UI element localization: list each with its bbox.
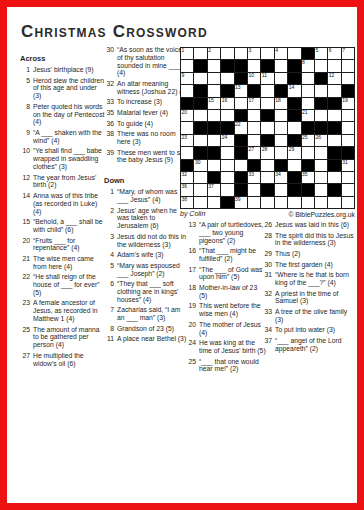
cell-number: 9	[182, 73, 185, 79]
clue-down-26: 26Jesus was laid in this (6)	[262, 221, 355, 229]
grid-cell[interactable]: 4	[275, 48, 287, 59]
clue-text: “___ angel of the Lord appeareth” (2)	[275, 337, 355, 353]
clue-down-4: 4Adam's wife (3)	[104, 251, 188, 259]
grid-cell[interactable]	[342, 73, 354, 84]
black-cell	[275, 85, 287, 96]
grid-cell[interactable]	[275, 184, 287, 195]
cell-number: 30	[195, 160, 201, 166]
grid-cell[interactable]: 20	[181, 110, 193, 121]
clue-number: 31	[262, 271, 272, 287]
clue-number: 33	[104, 98, 114, 106]
grid-cell[interactable]	[342, 197, 354, 208]
black-cell	[302, 122, 314, 133]
grid-cell[interactable]	[248, 60, 260, 71]
cell-number: 35	[302, 172, 308, 178]
cell-number: 14	[289, 85, 295, 91]
cell-number: 34	[275, 172, 281, 178]
clue-down-18: 18Mother-in-law of 23 (5)	[186, 284, 266, 300]
grid-cell[interactable]	[302, 147, 314, 158]
grid-cell[interactable]	[194, 184, 206, 195]
grid-cell[interactable]	[221, 73, 233, 84]
grid-cell[interactable]	[208, 160, 220, 171]
clue-across-36: 36To guide (4)	[104, 120, 188, 128]
puzzle-page: Christmas Crossword Across 1Jesus' birth…	[0, 0, 364, 510]
black-cell	[235, 60, 247, 71]
down-clue-list-1: 1“Mary, of whom was ___ Jesus” (4)2Jesus…	[104, 188, 188, 343]
black-cell	[302, 48, 314, 59]
black-cell	[208, 147, 220, 158]
grid-cell[interactable]	[302, 73, 314, 84]
black-cell	[288, 73, 300, 84]
grid-cell[interactable]: 6	[328, 48, 340, 59]
crossword-grid: 1234567891011121314151617181920212223242…	[180, 47, 355, 209]
clue-number: 20	[20, 237, 30, 253]
grid-cell[interactable]	[315, 197, 327, 208]
grid-cell[interactable]	[194, 73, 206, 84]
grid-cell[interactable]: 29	[288, 147, 300, 158]
grid-cell[interactable]	[275, 135, 287, 146]
clue-down-29: 29Thus (2)	[262, 250, 355, 258]
grid-cell[interactable]	[208, 60, 220, 71]
clue-across-27: 27He multiplied the widow's oil (6)	[20, 352, 106, 368]
black-cell	[315, 73, 327, 84]
cell-number: 20	[182, 110, 188, 116]
grid-cell[interactable]: 33	[248, 172, 260, 183]
grid-cell[interactable]	[315, 172, 327, 183]
clue-text: “He shall reign of the house of ___ for …	[33, 273, 106, 296]
grid-cell[interactable]	[181, 147, 193, 158]
clue-across-23: 23A female ancestor of Jesus, as recorde…	[20, 299, 106, 322]
cell-number: 37	[208, 184, 214, 190]
black-cell	[221, 85, 233, 96]
grid-cell[interactable]: 1	[181, 48, 193, 59]
clue-across-39: 39These men went to see the baby Jesus (…	[104, 149, 188, 165]
black-cell	[302, 184, 314, 195]
clue-across-21: 21The wise men came from here (4)	[20, 255, 106, 271]
grid-cell[interactable]	[315, 60, 327, 71]
clue-number: 15	[20, 218, 30, 234]
cell-number: 39	[235, 197, 241, 203]
grid-cell[interactable]: 7	[342, 48, 354, 59]
clue-number: 25	[186, 358, 196, 374]
clue-number: 17	[186, 266, 196, 282]
black-cell	[261, 110, 273, 121]
clue-down-24: 24He was king at the time of Jesus' birt…	[186, 339, 266, 355]
clue-text: Jesus was laid in this (6)	[275, 221, 355, 229]
grid-cell[interactable]	[235, 48, 247, 59]
clue-number: 37	[262, 337, 272, 353]
grid-cell[interactable]: 9	[181, 73, 193, 84]
clue-down-17: 17“The ___ of God was upon him” (5)	[186, 266, 266, 282]
grid-cell[interactable]: 12	[328, 73, 340, 84]
clue-across-35: 35Malarial fever (4)	[104, 109, 188, 117]
clue-text: Thus (2)	[275, 250, 355, 258]
grid-cell[interactable]	[181, 122, 193, 133]
grid-cell[interactable]: 8	[302, 60, 314, 71]
black-cell	[288, 110, 300, 121]
clue-text: “Where is he that is born king of the __…	[275, 271, 355, 287]
black-cell	[221, 122, 233, 133]
grid-cell[interactable]	[221, 172, 233, 183]
clue-across-10: 10“Ye shall find ___ babe wrapped in swa…	[20, 147, 106, 170]
grid-cell[interactable]	[288, 122, 300, 133]
black-cell	[342, 85, 354, 96]
clue-down-32: 32A priest in the time of Samuel (3)	[262, 290, 355, 306]
grid-cell[interactable]	[342, 60, 354, 71]
grid-cell[interactable]	[248, 197, 260, 208]
down-clues-column-2: 13“A pair of turtledoves, ___ two young …	[186, 221, 266, 376]
clue-text: To put into water (3)	[275, 326, 355, 334]
black-cell	[248, 160, 260, 171]
clue-text: The spirit did this to Jesus in the wild…	[275, 232, 355, 248]
grid-cell[interactable]	[328, 85, 340, 96]
black-cell	[194, 98, 206, 109]
cell-number: 26	[315, 135, 321, 141]
cell-number: 29	[289, 147, 295, 153]
clue-number: 34	[262, 326, 272, 334]
black-cell	[235, 147, 247, 158]
clue-text: The year from Jesus' birth (2)	[33, 174, 106, 190]
clue-number: 26	[262, 221, 272, 229]
grid-cell[interactable]	[208, 135, 220, 146]
cell-number: 28	[262, 147, 268, 153]
clue-text: Jesus did not do this in the wilderness …	[117, 233, 188, 249]
clue-across-25: 25The amount of manna to be gathered per…	[20, 326, 106, 349]
clue-across-38: 38There was no room here (3)	[104, 130, 188, 146]
black-cell	[208, 172, 220, 183]
clue-down-33: 33A tree of the olive family (3)	[262, 308, 355, 324]
clue-text: Jesus' age when he was taken to Jerusale…	[117, 207, 188, 230]
grid-cell[interactable]	[208, 85, 220, 96]
clue-down-6: 6“They that ___ soft clothing are in kin…	[104, 280, 188, 303]
black-cell	[194, 85, 206, 96]
grid-cell[interactable]	[221, 184, 233, 195]
grid-cell[interactable]	[221, 48, 233, 59]
cell-number: 15	[208, 98, 214, 104]
black-cell	[194, 60, 206, 71]
clue-text: A tree of the olive family (3)	[275, 308, 355, 324]
clue-text: Herod slew the children of this age and …	[33, 77, 106, 100]
clue-text: To increase (3)	[117, 98, 188, 106]
black-cell	[315, 122, 327, 133]
clue-number: 5	[20, 77, 30, 100]
grid-cell[interactable]	[261, 48, 273, 59]
black-cell	[221, 197, 233, 208]
black-cell	[328, 147, 340, 158]
black-cell	[261, 135, 273, 146]
clue-text: Peter quoted his words on the day of Pen…	[33, 103, 106, 126]
black-cell	[194, 122, 206, 133]
clue-number: 24	[186, 339, 196, 355]
clue-number: 5	[104, 262, 114, 278]
grid-cell[interactable]	[328, 110, 340, 121]
grid-cell[interactable]	[302, 85, 314, 96]
grid-cell[interactable]	[208, 110, 220, 121]
grid-cell[interactable]	[315, 184, 327, 195]
grid-cell[interactable]	[261, 197, 273, 208]
grid-cell[interactable]	[194, 48, 206, 59]
grid-cell[interactable]: 34	[275, 172, 287, 183]
cell-number: 23	[182, 135, 188, 141]
down-clues-column-3: 26Jesus was laid in this (6)28The spirit…	[262, 221, 355, 355]
clue-text: A place near Bethel (3)	[117, 335, 188, 343]
grid-cell[interactable]	[235, 160, 247, 171]
clue-down-31: 31“Where is he that is born king of the …	[262, 271, 355, 287]
clue-text: “That ___ might be fulfilled” (2)	[199, 247, 266, 263]
black-cell	[181, 160, 193, 171]
grid-cell[interactable]	[221, 110, 233, 121]
grid-cell[interactable]: 5	[315, 48, 327, 59]
grid-cell[interactable]	[315, 160, 327, 171]
grid-cell[interactable]	[275, 147, 287, 158]
clue-across-20: 20“Fruits ___ for repentance” (4)	[20, 237, 106, 253]
grid-cell[interactable]: 22	[235, 122, 247, 133]
grid-cell[interactable]: 14	[288, 85, 300, 96]
clue-text: “As soon as the voice of thy salutation …	[117, 46, 188, 77]
clue-text: The wise men came from here (4)	[33, 255, 106, 271]
clue-number: 35	[104, 109, 114, 117]
grid-cell[interactable]	[275, 73, 287, 84]
grid-cell[interactable]: 19	[342, 98, 354, 109]
cell-number: 11	[262, 73, 267, 79]
clue-text: “___ that one would hear me!” (2)	[199, 358, 266, 374]
grid-cell[interactable]: 18	[275, 98, 287, 109]
cell-number: 3	[248, 48, 251, 54]
grid-cell[interactable]: 26	[315, 135, 327, 146]
clue-number: 18	[186, 284, 196, 300]
grid-cell[interactable]: 13	[235, 85, 247, 96]
grid-cell[interactable]	[261, 122, 273, 133]
clue-across-1: 1Jesus' birthplace (9)	[20, 66, 106, 74]
cell-number: 4	[275, 48, 278, 54]
grid-cell[interactable]	[328, 172, 340, 183]
black-cell	[221, 60, 233, 71]
grid-cell[interactable]: 28	[261, 147, 273, 158]
clue-down-34: 34To put into water (3)	[262, 326, 355, 334]
grid-cell[interactable]	[235, 98, 247, 109]
grid-cell[interactable]	[288, 48, 300, 59]
grid-cell[interactable]	[315, 110, 327, 121]
grid-cell[interactable]: 32	[181, 172, 193, 183]
clue-down-5: 5“Mary was espoused ___ Joseph” (2)	[104, 262, 188, 278]
cell-number: 2	[208, 48, 211, 54]
cell-number: 33	[248, 172, 254, 178]
clue-text: Malarial fever (4)	[117, 109, 188, 117]
grid-cell[interactable]: 37	[208, 184, 220, 195]
black-cell	[328, 184, 340, 195]
grid-cell[interactable]	[181, 85, 193, 96]
clue-number: 2	[104, 207, 114, 230]
grid-cell[interactable]	[194, 135, 206, 146]
copyright: © BiblePuzzles.org.uk	[288, 211, 355, 218]
black-cell	[261, 184, 273, 195]
black-cell	[261, 60, 273, 71]
clue-down-7: 7Zacharias said, “I am an ___ man” (3)	[104, 306, 188, 322]
clue-down-11: 11A place near Bethel (3)	[104, 335, 188, 343]
grid-cell[interactable]: 2	[208, 48, 220, 59]
cell-number: 16	[222, 98, 228, 104]
black-cell	[235, 184, 247, 195]
clue-text: He was king at the time of Jesus' birth …	[199, 339, 266, 355]
clue-number: 13	[186, 221, 196, 244]
clue-number: 32	[262, 290, 272, 306]
clue-number: 21	[20, 255, 30, 271]
grid-cell[interactable]	[302, 98, 314, 109]
clue-number: 30	[262, 261, 272, 269]
grid-cell[interactable]: 16	[221, 98, 233, 109]
grid-cell[interactable]	[288, 197, 300, 208]
grid-cell[interactable]	[288, 160, 300, 171]
grid-cell[interactable]	[194, 172, 206, 183]
clue-across-33: 33To increase (3)	[104, 98, 188, 106]
grid-cell[interactable]	[275, 60, 287, 71]
clue-number: 29	[262, 250, 272, 258]
clue-down-25: 25“___ that one would hear me!” (2)	[186, 358, 266, 374]
cell-number: 31	[342, 160, 348, 166]
clue-number: 16	[186, 247, 196, 263]
clue-down-30: 30The first garden (4)	[262, 261, 355, 269]
grid-cell[interactable]	[315, 147, 327, 158]
grid-cell[interactable]: 23	[181, 135, 193, 146]
grid-cell[interactable]	[208, 73, 220, 84]
black-cell	[181, 98, 193, 109]
grid-cell[interactable]	[194, 110, 206, 121]
black-cell	[288, 60, 300, 71]
grid-cell[interactable]	[342, 184, 354, 195]
clue-number: 36	[104, 120, 114, 128]
clue-down-37: 37“___ angel of the Lord appeareth” (2)	[262, 337, 355, 353]
grid-cell[interactable]: 21	[302, 110, 314, 121]
cell-number: 36	[182, 184, 188, 190]
grid-cell[interactable]	[315, 85, 327, 96]
black-cell	[342, 147, 354, 158]
grid-cell[interactable]	[221, 147, 233, 158]
cell-number: 38	[182, 197, 188, 203]
clue-text: He multiplied the widow's oil (6)	[33, 352, 106, 368]
clue-down-13: 13“A pair of turtledoves, ___ two young …	[186, 221, 266, 244]
grid-cell[interactable]	[261, 160, 273, 171]
grid-cell[interactable]: 35	[302, 172, 314, 183]
across-clue-list-2: 30“As soon as the voice of thy salutatio…	[104, 46, 188, 164]
clue-across-22: 22“He shall reign of the house of ___ fo…	[20, 273, 106, 296]
clue-number: 23	[20, 299, 30, 322]
black-cell	[235, 135, 247, 146]
cell-number: 22	[235, 122, 241, 128]
grid-cell[interactable]	[342, 172, 354, 183]
cell-number: 24	[222, 135, 228, 141]
grid-cell[interactable]: 24	[221, 135, 233, 146]
clue-number: 25	[20, 326, 30, 349]
clue-text: “Mary, of whom was ___ Jesus” (4)	[117, 188, 188, 204]
grid-cell[interactable]	[261, 85, 273, 96]
grid-cell[interactable]: 25	[302, 135, 314, 146]
grid-cell[interactable]: 36	[181, 184, 193, 195]
grid-cell[interactable]	[261, 172, 273, 183]
grid-cell[interactable]: 10	[248, 73, 260, 84]
across-clues-column: Across 1Jesus' birthplace (9)5Herod slew…	[20, 54, 106, 370]
clue-number: 19	[186, 302, 196, 318]
clue-text: Grandson of 23 (5)	[117, 325, 188, 333]
clue-text: “The ___ of God was upon him” (5)	[199, 266, 266, 282]
clue-number: 7	[104, 306, 114, 322]
clue-text: A priest in the time of Samuel (3)	[275, 290, 355, 306]
grid-cell[interactable]	[248, 110, 260, 121]
clue-text: Adam's wife (3)	[117, 251, 188, 259]
grid-cell[interactable]	[248, 122, 260, 133]
grid-cell[interactable]	[342, 135, 354, 146]
clue-number: 11	[104, 335, 114, 343]
grid-cell[interactable]	[181, 60, 193, 71]
grid-cell[interactable]	[261, 98, 273, 109]
grid-cell[interactable]	[328, 197, 340, 208]
grid-cell[interactable]: 17	[248, 98, 260, 109]
grid-cell[interactable]	[194, 197, 206, 208]
grid-cell[interactable]: 31	[342, 160, 354, 171]
grid-cell[interactable]	[342, 110, 354, 121]
grid-cell[interactable]: 3	[248, 48, 260, 59]
grid-cell[interactable]: 38	[181, 197, 193, 208]
black-cell	[235, 172, 247, 183]
grid-cell[interactable]	[275, 122, 287, 133]
clue-down-20: 20The mother of Jesus (4)	[186, 321, 266, 337]
clue-text: Anna was of this tribe (as recorded in L…	[33, 192, 106, 215]
clue-text: “Ye shall find ___ babe wrapped in swadd…	[33, 147, 106, 170]
black-cell	[328, 160, 340, 171]
grid-cell[interactable]	[208, 197, 220, 208]
clue-number: 9	[20, 129, 30, 145]
grid-cell[interactable]: 11	[261, 73, 273, 84]
grid-cell[interactable]	[248, 184, 260, 195]
cell-number: 13	[235, 85, 241, 91]
clue-text: A female ancestor of Jesus, as recorded …	[33, 299, 106, 322]
grid-cell[interactable]	[342, 122, 354, 133]
clue-number: 3	[104, 233, 114, 249]
clue-across-30: 30“As soon as the voice of thy salutatio…	[104, 46, 188, 77]
grid-cell[interactable]: 30	[194, 160, 206, 171]
black-cell	[235, 73, 247, 84]
clue-number: 12	[20, 174, 30, 190]
cell-number: 21	[302, 110, 308, 116]
clue-across-32: 32An altar meaning witness (Joshua 22) (…	[104, 80, 188, 96]
page-title: Christmas Crossword	[21, 22, 208, 42]
clue-text: The mother of Jesus (4)	[199, 321, 266, 337]
grid-cell[interactable]	[275, 197, 287, 208]
grid-cell[interactable]	[248, 135, 260, 146]
grid-cell[interactable]	[328, 60, 340, 71]
clue-text: There was no room here (3)	[117, 130, 188, 146]
grid-cell[interactable]: 39	[235, 197, 247, 208]
cell-number: 6	[329, 48, 332, 54]
grid-cell[interactable]	[275, 110, 287, 121]
cell-number: 18	[275, 98, 281, 104]
clue-across-12: 12The year from Jesus' birth (2)	[20, 174, 106, 190]
clue-down-19: 19This went before the wise men (4)	[186, 302, 266, 318]
grid-cell[interactable]: 27	[248, 147, 260, 158]
black-cell	[194, 147, 206, 158]
clue-number: 8	[20, 103, 30, 126]
grid-cell[interactable]	[221, 160, 233, 171]
grid-cell[interactable]	[328, 135, 340, 146]
black-cell	[288, 184, 300, 195]
grid-cell[interactable]: 15	[208, 98, 220, 109]
clue-text: These men went to see the baby Jesus (9)	[117, 149, 188, 165]
clue-number: 28	[262, 232, 272, 248]
byline: by Colin	[180, 210, 205, 217]
clue-number: 27	[20, 352, 30, 368]
cell-number: 12	[329, 73, 335, 79]
grid-cell[interactable]	[302, 197, 314, 208]
clue-number: 30	[104, 46, 114, 77]
